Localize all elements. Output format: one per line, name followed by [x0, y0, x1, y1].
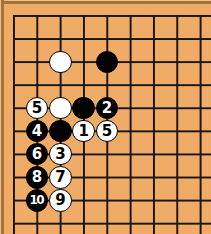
stone-black-4: 4 [26, 120, 49, 143]
go-diagram: 524156387109 [0, 0, 211, 234]
stone-white-1: 1 [72, 120, 95, 143]
stone-black-plain [49, 120, 72, 143]
stone-black-6: 6 [26, 143, 49, 166]
stone-white-3: 3 [49, 143, 72, 166]
stone-white-5: 5 [96, 120, 119, 143]
stone-black-8: 8 [26, 166, 49, 189]
stone-white-5: 5 [26, 97, 49, 120]
stone-white-plain [49, 97, 72, 120]
stone-black-2: 2 [96, 97, 119, 120]
stone-black-plain [96, 51, 119, 74]
stone-black-10: 10 [26, 189, 49, 212]
stone-white-9: 9 [49, 189, 72, 212]
stone-white-7: 7 [49, 166, 72, 189]
board-stones-grid: 524156387109 [2, 4, 211, 234]
stone-black-plain [72, 97, 95, 120]
stone-white-plain [49, 51, 72, 74]
